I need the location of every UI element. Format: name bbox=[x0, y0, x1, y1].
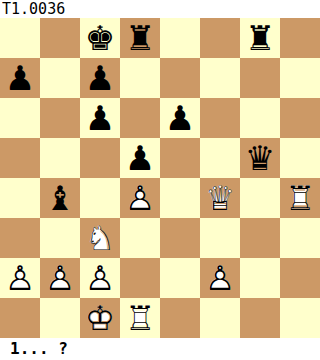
square-h5[interactable] bbox=[280, 138, 320, 178]
piece-white-pawn[interactable]: ♟♙ bbox=[200, 258, 240, 298]
piece-black-queen[interactable]: ♛ bbox=[240, 138, 280, 178]
square-f3[interactable] bbox=[200, 218, 240, 258]
piece-black-pawn[interactable]: ♟ bbox=[160, 98, 200, 138]
square-f6[interactable] bbox=[200, 98, 240, 138]
move-prompt: 1... ? bbox=[0, 338, 320, 360]
square-c3[interactable]: ♞♘ bbox=[80, 218, 120, 258]
pawn-outline: ♙ bbox=[40, 258, 80, 298]
pawn-outline: ♙ bbox=[120, 178, 160, 218]
square-g1[interactable] bbox=[240, 298, 280, 338]
puzzle-id: T1.0036 bbox=[0, 0, 320, 18]
square-h3[interactable] bbox=[280, 218, 320, 258]
square-d6[interactable] bbox=[120, 98, 160, 138]
piece-white-pawn[interactable]: ♟♙ bbox=[40, 258, 80, 298]
square-c8[interactable]: ♚ bbox=[80, 18, 120, 58]
square-b1[interactable] bbox=[40, 298, 80, 338]
square-e1[interactable] bbox=[160, 298, 200, 338]
square-g6[interactable] bbox=[240, 98, 280, 138]
square-g3[interactable] bbox=[240, 218, 280, 258]
square-e7[interactable] bbox=[160, 58, 200, 98]
square-g7[interactable] bbox=[240, 58, 280, 98]
square-h7[interactable] bbox=[280, 58, 320, 98]
square-g8[interactable]: ♜ bbox=[240, 18, 280, 58]
square-e5[interactable] bbox=[160, 138, 200, 178]
piece-white-pawn[interactable]: ♟♙ bbox=[0, 258, 40, 298]
chess-puzzle-app: T1.0036 ♚♜♜♟♟♟♟♟♛♝♟♙♛♕♜♖♞♘♟♙♟♙♟♙♟♙♚♔♜♖ 1… bbox=[0, 0, 320, 360]
square-g4[interactable] bbox=[240, 178, 280, 218]
square-d1[interactable]: ♜♖ bbox=[120, 298, 160, 338]
square-g2[interactable] bbox=[240, 258, 280, 298]
square-e6[interactable]: ♟ bbox=[160, 98, 200, 138]
square-d2[interactable] bbox=[120, 258, 160, 298]
square-a6[interactable] bbox=[0, 98, 40, 138]
square-h2[interactable] bbox=[280, 258, 320, 298]
square-f7[interactable] bbox=[200, 58, 240, 98]
piece-black-king[interactable]: ♚ bbox=[80, 18, 120, 58]
rook-outline: ♖ bbox=[280, 178, 320, 218]
square-b4[interactable]: ♝ bbox=[40, 178, 80, 218]
piece-black-bishop[interactable]: ♝ bbox=[40, 178, 80, 218]
piece-black-rook[interactable]: ♜ bbox=[240, 18, 280, 58]
square-d7[interactable] bbox=[120, 58, 160, 98]
piece-black-pawn[interactable]: ♟ bbox=[120, 138, 160, 178]
piece-black-pawn[interactable]: ♟ bbox=[0, 58, 40, 98]
square-d5[interactable]: ♟ bbox=[120, 138, 160, 178]
square-f8[interactable] bbox=[200, 18, 240, 58]
square-b7[interactable] bbox=[40, 58, 80, 98]
square-c6[interactable]: ♟ bbox=[80, 98, 120, 138]
square-b5[interactable] bbox=[40, 138, 80, 178]
square-d8[interactable]: ♜ bbox=[120, 18, 160, 58]
piece-black-pawn[interactable]: ♟ bbox=[80, 98, 120, 138]
pawn-outline: ♙ bbox=[200, 258, 240, 298]
square-g5[interactable]: ♛ bbox=[240, 138, 280, 178]
square-h4[interactable]: ♜♖ bbox=[280, 178, 320, 218]
square-h1[interactable] bbox=[280, 298, 320, 338]
square-a5[interactable] bbox=[0, 138, 40, 178]
square-a3[interactable] bbox=[0, 218, 40, 258]
pawn-outline: ♙ bbox=[80, 258, 120, 298]
square-c5[interactable] bbox=[80, 138, 120, 178]
square-b8[interactable] bbox=[40, 18, 80, 58]
square-e2[interactable] bbox=[160, 258, 200, 298]
square-d3[interactable] bbox=[120, 218, 160, 258]
king-outline: ♔ bbox=[80, 298, 120, 338]
piece-white-knight[interactable]: ♞♘ bbox=[80, 218, 120, 258]
square-h6[interactable] bbox=[280, 98, 320, 138]
square-f4[interactable]: ♛♕ bbox=[200, 178, 240, 218]
piece-white-pawn[interactable]: ♟♙ bbox=[80, 258, 120, 298]
square-e8[interactable] bbox=[160, 18, 200, 58]
square-f1[interactable] bbox=[200, 298, 240, 338]
piece-white-king[interactable]: ♚♔ bbox=[80, 298, 120, 338]
square-a8[interactable] bbox=[0, 18, 40, 58]
chess-board: ♚♜♜♟♟♟♟♟♛♝♟♙♛♕♜♖♞♘♟♙♟♙♟♙♟♙♚♔♜♖ bbox=[0, 18, 320, 338]
piece-white-pawn[interactable]: ♟♙ bbox=[120, 178, 160, 218]
square-b2[interactable]: ♟♙ bbox=[40, 258, 80, 298]
square-f2[interactable]: ♟♙ bbox=[200, 258, 240, 298]
square-a4[interactable] bbox=[0, 178, 40, 218]
square-b3[interactable] bbox=[40, 218, 80, 258]
piece-black-pawn[interactable]: ♟ bbox=[80, 58, 120, 98]
square-b6[interactable] bbox=[40, 98, 80, 138]
square-c2[interactable]: ♟♙ bbox=[80, 258, 120, 298]
square-c1[interactable]: ♚♔ bbox=[80, 298, 120, 338]
square-a7[interactable]: ♟ bbox=[0, 58, 40, 98]
piece-white-rook[interactable]: ♜♖ bbox=[280, 178, 320, 218]
square-h8[interactable] bbox=[280, 18, 320, 58]
square-d4[interactable]: ♟♙ bbox=[120, 178, 160, 218]
square-a1[interactable] bbox=[0, 298, 40, 338]
square-a2[interactable]: ♟♙ bbox=[0, 258, 40, 298]
knight-outline: ♘ bbox=[80, 218, 120, 258]
square-c7[interactable]: ♟ bbox=[80, 58, 120, 98]
square-e3[interactable] bbox=[160, 218, 200, 258]
piece-black-rook[interactable]: ♜ bbox=[120, 18, 160, 58]
piece-white-queen[interactable]: ♛♕ bbox=[200, 178, 240, 218]
piece-white-rook[interactable]: ♜♖ bbox=[120, 298, 160, 338]
rook-outline: ♖ bbox=[120, 298, 160, 338]
queen-outline: ♕ bbox=[200, 178, 240, 218]
square-c4[interactable] bbox=[80, 178, 120, 218]
square-e4[interactable] bbox=[160, 178, 200, 218]
square-f5[interactable] bbox=[200, 138, 240, 178]
pawn-outline: ♙ bbox=[0, 258, 40, 298]
